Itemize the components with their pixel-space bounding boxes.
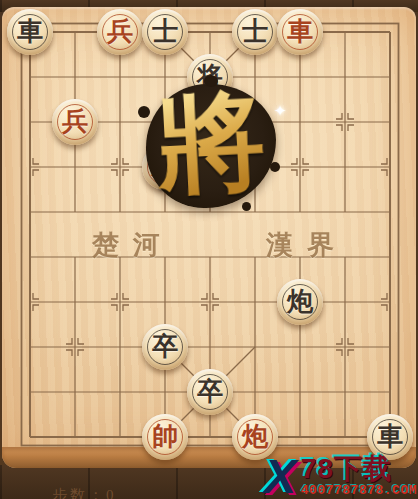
piece-black-cannon[interactable]: 炮	[277, 279, 323, 325]
move-counter-label: 步数：0	[52, 486, 117, 499]
watermark-brand: 78下载	[301, 455, 392, 483]
watermark-phone: 4007787878.COM	[301, 483, 417, 498]
piece-red-soldier[interactable]: 兵	[52, 99, 98, 145]
piece-black-soldier[interactable]: 卒	[187, 369, 233, 415]
piece-glyph: 炮	[287, 289, 313, 315]
piece-red-general[interactable]: 帥	[142, 414, 188, 460]
xiangqi-game-screen: 楚河 漢界 車兵士士車将兵馬炮卒卒帥炮車 將 ✦ 步数：0 X 78下载 400…	[0, 0, 418, 499]
piece-black-chariot[interactable]: 車	[7, 9, 53, 55]
piece-black-advisor[interactable]: 士	[232, 9, 278, 55]
river-label-han-jie: 漢界	[266, 227, 348, 263]
piece-glyph: 帥	[152, 424, 178, 450]
watermark: X 78下载 4007787878.COM	[264, 455, 417, 498]
piece-glyph: 兵	[107, 19, 133, 45]
piece-glyph: 炮	[242, 424, 268, 450]
piece-glyph: 車	[377, 424, 403, 450]
piece-black-soldier[interactable]: 卒	[142, 324, 188, 370]
piece-glyph: 車	[17, 19, 43, 45]
piece-glyph: 士	[242, 19, 268, 45]
watermark-x-logo: X	[264, 456, 297, 498]
piece-red-horse[interactable]: 馬	[142, 144, 188, 190]
piece-black-general[interactable]: 将	[187, 54, 233, 100]
piece-glyph: 卒	[152, 334, 178, 360]
piece-black-advisor[interactable]: 士	[142, 9, 188, 55]
piece-glyph: 馬	[152, 154, 178, 180]
river-label-chu-he: 楚河	[92, 227, 174, 263]
piece-glyph: 将	[197, 64, 223, 90]
piece-glyph: 士	[152, 19, 178, 45]
piece-glyph: 卒	[197, 379, 223, 405]
piece-red-chariot[interactable]: 車	[277, 9, 323, 55]
piece-glyph: 車	[287, 19, 313, 45]
piece-glyph: 兵	[62, 109, 88, 135]
piece-red-soldier[interactable]: 兵	[97, 9, 143, 55]
